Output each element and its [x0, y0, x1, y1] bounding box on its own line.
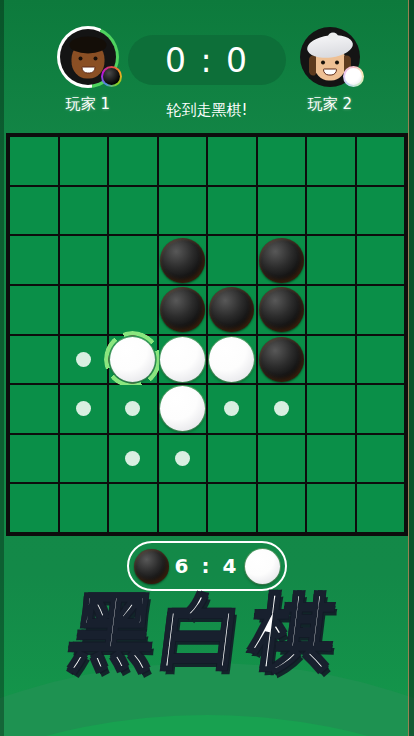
match-score-text: 0 : 0: [165, 41, 249, 80]
board-cell-d1[interactable]: [159, 137, 207, 185]
disc-count-text: 6 : 4: [175, 554, 240, 578]
board-cell-a4[interactable]: [10, 286, 58, 334]
board-cell-g5[interactable]: [307, 336, 355, 384]
legal-move-dot: [125, 451, 140, 466]
board-cell-e4[interactable]: [208, 286, 256, 334]
board-cell-g7[interactable]: [307, 435, 355, 483]
player2-hair-left: [309, 56, 316, 76]
board-cell-d8[interactable]: [159, 484, 207, 532]
legal-move-dot: [76, 401, 91, 416]
board-cell-h8[interactable]: [357, 484, 405, 532]
board-cell-f2[interactable]: [258, 187, 306, 235]
board-cell-d2[interactable]: [159, 187, 207, 235]
black-disc: [259, 287, 304, 332]
player1-black-disc-badge: [101, 66, 122, 87]
board-cell-e8[interactable]: [208, 484, 256, 532]
board-cell-g2[interactable]: [307, 187, 355, 235]
player1-eye-left: [79, 56, 83, 60]
board-cell-h1[interactable]: [357, 137, 405, 185]
board-cell-b1[interactable]: [60, 137, 108, 185]
player1-eye-right: [94, 56, 98, 60]
board-cell-h6[interactable]: [357, 385, 405, 433]
player2-mouth: [323, 69, 337, 76]
player1-avatar: [57, 26, 119, 88]
board-cell-a1[interactable]: [10, 137, 58, 185]
board-cell-g8[interactable]: [307, 484, 355, 532]
black-disc: [259, 337, 304, 382]
board-cell-d4[interactable]: [159, 286, 207, 334]
legal-move-dot: [274, 401, 289, 416]
player1-mouth: [81, 66, 95, 73]
player1-face: [72, 41, 105, 78]
player2-face: [314, 46, 346, 81]
board-cell-c8[interactable]: [109, 484, 157, 532]
legal-move-dot: [175, 451, 190, 466]
board-cell-f8[interactable]: [258, 484, 306, 532]
white-disc-count-icon: [245, 549, 280, 584]
white-disc: [160, 337, 205, 382]
board-cell-f5[interactable]: [258, 336, 306, 384]
board-cell-f6[interactable]: [258, 385, 306, 433]
black-disc-count-icon: [134, 549, 169, 584]
board-cell-c1[interactable]: [109, 137, 157, 185]
board-cell-d3[interactable]: [159, 236, 207, 284]
board-cell-c4[interactable]: [109, 286, 157, 334]
match-score-pill: 0 : 0: [128, 35, 286, 85]
player1-hair: [70, 36, 107, 53]
board-cell-d5[interactable]: [159, 336, 207, 384]
board-cell-b7[interactable]: [60, 435, 108, 483]
othello-app-screen: 玩家 1 0 : 0 玩家 2 轮到走黑棋!: [0, 0, 414, 736]
white-disc: [160, 386, 205, 431]
board-cell-c2[interactable]: [109, 187, 157, 235]
board-cell-b3[interactable]: [60, 236, 108, 284]
black-disc: [209, 287, 254, 332]
board-cell-c3[interactable]: [109, 236, 157, 284]
board-cell-c5[interactable]: [109, 336, 157, 384]
board-cell-e1[interactable]: [208, 137, 256, 185]
board-cell-e2[interactable]: [208, 187, 256, 235]
board-cell-h7[interactable]: [357, 435, 405, 483]
white-disc: [209, 337, 254, 382]
player2-white-disc-badge: [343, 66, 364, 87]
board-cell-b4[interactable]: [60, 286, 108, 334]
board-cell-b8[interactable]: [60, 484, 108, 532]
board-cell-e6[interactable]: [208, 385, 256, 433]
board-cell-b5[interactable]: [60, 336, 108, 384]
white-disc-last-move: [110, 337, 155, 382]
board-cell-c7[interactable]: [109, 435, 157, 483]
game-title: 黑白棋: [0, 586, 414, 678]
board-cell-h5[interactable]: [357, 336, 405, 384]
board-cell-b6[interactable]: [60, 385, 108, 433]
black-disc: [259, 238, 304, 283]
legal-move-dot: [224, 401, 239, 416]
player2-beret-puff: [328, 33, 338, 41]
legal-move-dot: [125, 401, 140, 416]
board-cell-f4[interactable]: [258, 286, 306, 334]
screen-left-edge-shade: [0, 0, 4, 736]
board-cell-d6[interactable]: [159, 385, 207, 433]
black-disc: [160, 287, 205, 332]
board-cell-f1[interactable]: [258, 137, 306, 185]
board-cell-e5[interactable]: [208, 336, 256, 384]
player2-eye-left: [321, 61, 325, 65]
black-disc: [160, 238, 205, 283]
board-cell-a5[interactable]: [10, 336, 58, 384]
legal-move-dot: [76, 352, 91, 367]
board-cell-f7[interactable]: [258, 435, 306, 483]
board-cell-g3[interactable]: [307, 236, 355, 284]
board-cell-g6[interactable]: [307, 385, 355, 433]
turn-indicator-text: 轮到走黑棋!: [0, 101, 414, 120]
board-cell-c6[interactable]: [109, 385, 157, 433]
board-cell-g4[interactable]: [307, 286, 355, 334]
board-cell-a7[interactable]: [10, 435, 58, 483]
othello-board: [6, 133, 408, 536]
board-cell-h2[interactable]: [357, 187, 405, 235]
board-cell-g1[interactable]: [307, 137, 355, 185]
board-cell-d7[interactable]: [159, 435, 207, 483]
board-cell-a2[interactable]: [10, 187, 58, 235]
board-cell-f3[interactable]: [258, 236, 306, 284]
screen-right-edge-shade: [408, 0, 414, 736]
board-cell-e7[interactable]: [208, 435, 256, 483]
board-cell-a6[interactable]: [10, 385, 58, 433]
board-cell-h4[interactable]: [357, 286, 405, 334]
player2-avatar: [299, 26, 361, 88]
player2-eye-right: [335, 61, 339, 65]
board-cell-a8[interactable]: [10, 484, 58, 532]
board-cell-a3[interactable]: [10, 236, 58, 284]
board-cell-h3[interactable]: [357, 236, 405, 284]
board-cell-b2[interactable]: [60, 187, 108, 235]
board-cell-e3[interactable]: [208, 236, 256, 284]
